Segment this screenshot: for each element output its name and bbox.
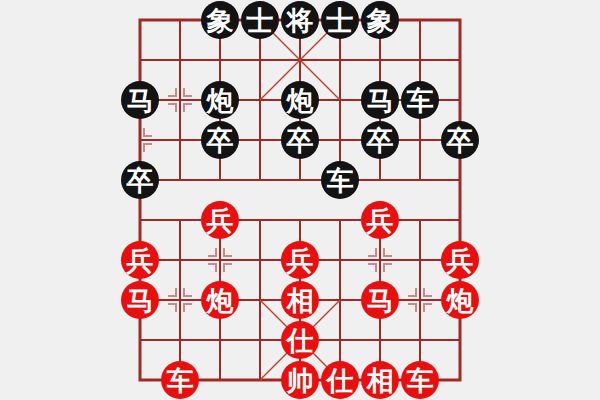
piece-black-advisor[interactable]: 士 bbox=[241, 1, 279, 39]
piece-red-horse[interactable]: 马 bbox=[121, 281, 159, 319]
piece-black-elephant[interactable]: 象 bbox=[201, 1, 239, 39]
piece-black-soldier[interactable]: 卒 bbox=[201, 121, 239, 159]
piece-red-soldier[interactable]: 兵 bbox=[121, 241, 159, 279]
piece-red-elephant[interactable]: 相 bbox=[281, 281, 319, 319]
piece-black-horse[interactable]: 马 bbox=[361, 81, 399, 119]
piece-red-advisor[interactable]: 仕 bbox=[321, 361, 359, 399]
piece-layer[interactable]: 象士将士象马炮炮马车卒卒卒卒卒车兵兵兵兵兵马炮相马炮仕车帅仕相车 bbox=[120, 0, 480, 400]
piece-red-chariot[interactable]: 车 bbox=[161, 361, 199, 399]
piece-black-elephant[interactable]: 象 bbox=[361, 1, 399, 39]
piece-red-soldier[interactable]: 兵 bbox=[281, 241, 319, 279]
piece-red-soldier[interactable]: 兵 bbox=[201, 201, 239, 239]
piece-red-soldier[interactable]: 兵 bbox=[441, 241, 479, 279]
piece-red-elephant[interactable]: 相 bbox=[361, 361, 399, 399]
piece-black-chariot[interactable]: 车 bbox=[401, 81, 439, 119]
xiangqi-app: 象士将士象马炮炮马车卒卒卒卒卒车兵兵兵兵兵马炮相马炮仕车帅仕相车 bbox=[0, 0, 600, 400]
piece-red-advisor[interactable]: 仕 bbox=[281, 321, 319, 359]
piece-black-chariot[interactable]: 车 bbox=[321, 161, 359, 199]
piece-black-cannon[interactable]: 炮 bbox=[201, 81, 239, 119]
piece-red-cannon[interactable]: 炮 bbox=[441, 281, 479, 319]
piece-black-soldier[interactable]: 卒 bbox=[441, 121, 479, 159]
piece-black-soldier[interactable]: 卒 bbox=[361, 121, 399, 159]
piece-red-horse[interactable]: 马 bbox=[361, 281, 399, 319]
piece-black-horse[interactable]: 马 bbox=[121, 81, 159, 119]
piece-red-chariot[interactable]: 车 bbox=[401, 361, 439, 399]
piece-black-cannon[interactable]: 炮 bbox=[281, 81, 319, 119]
piece-red-soldier[interactable]: 兵 bbox=[361, 201, 399, 239]
piece-red-cannon[interactable]: 炮 bbox=[201, 281, 239, 319]
piece-black-soldier[interactable]: 卒 bbox=[121, 161, 159, 199]
piece-red-general[interactable]: 帅 bbox=[281, 361, 319, 399]
piece-black-general[interactable]: 将 bbox=[281, 1, 319, 39]
piece-black-advisor[interactable]: 士 bbox=[321, 1, 359, 39]
piece-black-soldier[interactable]: 卒 bbox=[281, 121, 319, 159]
